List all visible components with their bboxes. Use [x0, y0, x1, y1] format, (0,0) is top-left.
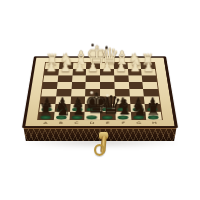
board-square — [114, 82, 129, 89]
board-square — [143, 89, 158, 96]
board-square — [100, 89, 115, 96]
contrast-finial — [92, 44, 95, 47]
board-square — [86, 75, 100, 82]
board-square — [145, 104, 161, 112]
board-squares — [38, 63, 162, 120]
brass-clasp-icon — [92, 132, 114, 160]
board-square — [56, 89, 71, 96]
board-square — [100, 112, 115, 120]
file-label: A — [37, 120, 53, 127]
board-square — [85, 112, 100, 120]
board-square — [38, 112, 54, 120]
board-square — [42, 82, 57, 89]
board-square — [142, 75, 157, 82]
file-label: G — [131, 120, 147, 127]
board-square — [85, 89, 100, 96]
board-square — [57, 75, 72, 82]
board-square — [100, 75, 114, 82]
board-square — [129, 89, 144, 96]
board-square — [128, 82, 143, 89]
board-square — [100, 104, 115, 112]
board-square — [115, 104, 130, 112]
chess-set-photo: ABCDEFGH ♜♞♝♚♛♝♞♜♟♟♟♟♟♟♟♟♟♟♟♟♟♟♟♟♜♞♝♚♛♝♞… — [0, 0, 200, 200]
board-square — [144, 96, 160, 103]
board-square — [54, 104, 70, 112]
file-label: E — [100, 120, 116, 127]
file-label: B — [53, 120, 69, 127]
chess-board: ABCDEFGH ♜♞♝♚♛♝♞♜♟♟♟♟♟♟♟♟♟♟♟♟♟♟♟♟♜♞♝♚♛♝♞… — [22, 56, 178, 128]
board-square — [55, 96, 70, 103]
board-square — [72, 75, 86, 82]
board-square — [40, 96, 56, 103]
board-frame: ABCDEFGH — [25, 58, 174, 127]
contrast-finial — [106, 46, 109, 49]
board-square — [100, 82, 114, 89]
board-square — [130, 112, 146, 120]
board-square — [69, 112, 85, 120]
board-square — [115, 96, 130, 103]
board-square — [85, 96, 100, 103]
board-square — [114, 89, 129, 96]
board-square — [115, 112, 131, 120]
file-label: H — [146, 120, 162, 127]
board-square — [100, 96, 115, 103]
board-square — [128, 75, 143, 82]
board-square — [71, 89, 86, 96]
board-square — [71, 82, 86, 89]
file-label: D — [84, 120, 100, 127]
board-square — [41, 89, 56, 96]
board-square — [54, 112, 70, 120]
file-coordinate-labels: ABCDEFGH — [37, 120, 163, 127]
clasp-ring — [94, 144, 105, 156]
board-square — [143, 82, 158, 89]
board-square — [70, 96, 85, 103]
board-square — [43, 75, 58, 82]
file-label: C — [69, 120, 85, 127]
board-square — [129, 96, 144, 103]
board-square — [114, 75, 128, 82]
board-square — [86, 82, 100, 89]
board-square — [85, 104, 100, 112]
board-square — [130, 104, 146, 112]
file-label: F — [115, 120, 131, 127]
board-square — [39, 104, 55, 112]
board-square — [57, 82, 72, 89]
board-square — [146, 112, 162, 120]
board-square — [70, 104, 85, 112]
board-scene: ABCDEFGH ♜♞♝♚♛♝♞♜♟♟♟♟♟♟♟♟♟♟♟♟♟♟♟♟♜♞♝♚♛♝♞… — [0, 0, 200, 200]
